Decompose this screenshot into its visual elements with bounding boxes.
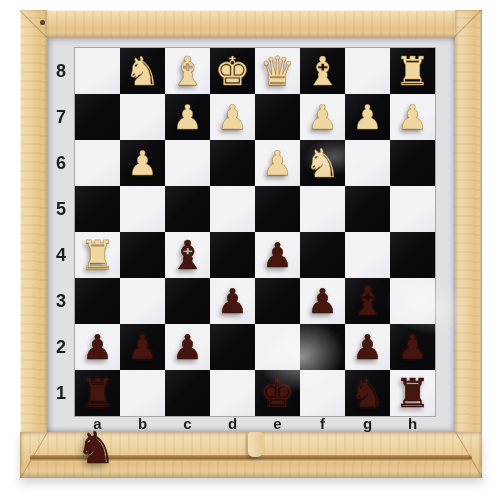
dark-king-e1[interactable]: ♚: [255, 370, 300, 416]
rank-label-3: 3: [47, 278, 75, 324]
square-c3[interactable]: [165, 278, 210, 324]
white-pawn-h7[interactable]: ♟: [390, 94, 435, 140]
file-label-h: h: [390, 416, 435, 432]
white-knight-b8[interactable]: ♞: [120, 48, 165, 94]
square-f7[interactable]: ♟: [300, 94, 345, 140]
square-c2[interactable]: ♟: [165, 324, 210, 370]
captured-dark-knight[interactable]: ♞: [73, 424, 119, 472]
square-e2[interactable]: [255, 324, 300, 370]
square-f2[interactable]: [300, 324, 345, 370]
board-grid: ♞♝♚♛♝♜♟♟♟♟♟♟♟♞♜♝♟♟♟♝♟♟♟♟♟♜♚♞♜: [75, 48, 435, 416]
frame-right-bar: [455, 10, 482, 478]
square-h7[interactable]: ♟: [390, 94, 435, 140]
square-f6[interactable]: ♞: [300, 140, 345, 186]
square-b4[interactable]: [120, 232, 165, 278]
board-sheet: 87654321 abcdefgh ♞♝♚♛♝♜♟♟♟♟♟♟♟♞♜♝♟♟♟♝♟♟…: [47, 37, 455, 432]
square-b5[interactable]: [120, 186, 165, 232]
frame-screw: [40, 20, 45, 25]
square-h3[interactable]: [390, 278, 435, 324]
square-a2[interactable]: ♟: [75, 324, 120, 370]
demonstration-chessboard-photo: 87654321 abcdefgh ♞♝♚♛♝♜♟♟♟♟♟♟♟♞♜♝♟♟♟♝♟♟…: [0, 0, 500, 500]
dark-pawn-h2[interactable]: ♟: [390, 324, 435, 370]
white-pawn-f7[interactable]: ♟: [300, 94, 345, 140]
frame-top-bar: [20, 10, 482, 37]
square-b3[interactable]: [120, 278, 165, 324]
square-e4[interactable]: ♟: [255, 232, 300, 278]
dark-rook-h1[interactable]: ♜: [390, 370, 435, 416]
square-g4[interactable]: [345, 232, 390, 278]
rank-label-8: 8: [47, 48, 75, 94]
square-e3[interactable]: [255, 278, 300, 324]
square-f8[interactable]: ♝: [300, 48, 345, 94]
square-b6[interactable]: ♟: [120, 140, 165, 186]
square-a8[interactable]: [75, 48, 120, 94]
frame-left-bar: [20, 10, 47, 478]
file-label-f: f: [300, 416, 345, 432]
white-king-d8[interactable]: ♚: [210, 48, 255, 94]
square-g6[interactable]: [345, 140, 390, 186]
white-pawn-e6[interactable]: ♟: [255, 140, 300, 186]
square-a5[interactable]: [75, 186, 120, 232]
rank-label-5: 5: [47, 186, 75, 232]
white-bishop-f8[interactable]: ♝: [300, 48, 345, 94]
white-pawn-c7[interactable]: ♟: [165, 94, 210, 140]
square-f3[interactable]: ♟: [300, 278, 345, 324]
square-d6[interactable]: [210, 140, 255, 186]
rank-label-2: 2: [47, 324, 75, 370]
square-e1[interactable]: ♚: [255, 370, 300, 416]
square-h8[interactable]: ♜: [390, 48, 435, 94]
square-f4[interactable]: [300, 232, 345, 278]
dark-pawn-a2[interactable]: ♟: [75, 324, 120, 370]
file-label-b: b: [120, 416, 165, 432]
white-pawn-g7[interactable]: ♟: [345, 94, 390, 140]
white-pawn-d7[interactable]: ♟: [210, 94, 255, 140]
dark-bishop-g3[interactable]: ♝: [345, 278, 390, 324]
square-b2[interactable]: ♟: [120, 324, 165, 370]
file-label-d: d: [210, 416, 255, 432]
square-g1[interactable]: ♞: [345, 370, 390, 416]
rank-labels: 87654321: [47, 48, 75, 416]
white-bishop-c8[interactable]: ♝: [165, 48, 210, 94]
square-c7[interactable]: ♟: [165, 94, 210, 140]
square-f5[interactable]: [300, 186, 345, 232]
square-a4[interactable]: ♜: [75, 232, 120, 278]
square-b1[interactable]: [120, 370, 165, 416]
file-label-g: g: [345, 416, 390, 432]
white-knight-f6[interactable]: ♞: [300, 140, 345, 186]
square-c6[interactable]: [165, 140, 210, 186]
file-label-c: c: [165, 416, 210, 432]
square-h4[interactable]: [390, 232, 435, 278]
square-d4[interactable]: [210, 232, 255, 278]
square-d2[interactable]: [210, 324, 255, 370]
square-a6[interactable]: [75, 140, 120, 186]
square-e5[interactable]: [255, 186, 300, 232]
square-a3[interactable]: [75, 278, 120, 324]
square-d8[interactable]: ♚: [210, 48, 255, 94]
dark-pawn-d3[interactable]: ♟: [210, 278, 255, 324]
dark-pawn-g2[interactable]: ♟: [345, 324, 390, 370]
dark-rook-a1[interactable]: ♜: [75, 370, 120, 416]
square-g5[interactable]: [345, 186, 390, 232]
square-c1[interactable]: [165, 370, 210, 416]
dark-bishop-c4[interactable]: ♝: [165, 232, 210, 278]
white-queen-e8[interactable]: ♛: [255, 48, 300, 94]
white-pawn-b6[interactable]: ♟: [120, 140, 165, 186]
dark-pawn-b2[interactable]: ♟: [120, 324, 165, 370]
square-e7[interactable]: [255, 94, 300, 140]
square-d5[interactable]: [210, 186, 255, 232]
square-b8[interactable]: ♞: [120, 48, 165, 94]
dark-pawn-e4[interactable]: ♟: [255, 232, 300, 278]
square-g7[interactable]: ♟: [345, 94, 390, 140]
square-e8[interactable]: ♛: [255, 48, 300, 94]
rank-label-1: 1: [47, 370, 75, 416]
file-labels: abcdefgh: [75, 416, 435, 432]
square-a1[interactable]: ♜: [75, 370, 120, 416]
rank-label-4: 4: [47, 232, 75, 278]
file-label-e: e: [255, 416, 300, 432]
square-h5[interactable]: [390, 186, 435, 232]
square-e6[interactable]: ♟: [255, 140, 300, 186]
tray-center-bracket: [248, 432, 263, 457]
square-d1[interactable]: [210, 370, 255, 416]
square-c8[interactable]: ♝: [165, 48, 210, 94]
white-rook-h8[interactable]: ♜: [390, 48, 435, 94]
square-g8[interactable]: [345, 48, 390, 94]
square-h6[interactable]: [390, 140, 435, 186]
square-g3[interactable]: ♝: [345, 278, 390, 324]
dark-pawn-f3[interactable]: ♟: [300, 278, 345, 324]
square-b7[interactable]: [120, 94, 165, 140]
square-d7[interactable]: ♟: [210, 94, 255, 140]
square-c4[interactable]: ♝: [165, 232, 210, 278]
square-h1[interactable]: ♜: [390, 370, 435, 416]
dark-knight-g1[interactable]: ♞: [345, 370, 390, 416]
square-g2[interactable]: ♟: [345, 324, 390, 370]
dark-pawn-c2[interactable]: ♟: [165, 324, 210, 370]
square-d3[interactable]: ♟: [210, 278, 255, 324]
square-c5[interactable]: [165, 186, 210, 232]
square-h2[interactable]: ♟: [390, 324, 435, 370]
rank-label-7: 7: [47, 94, 75, 140]
square-f1[interactable]: [300, 370, 345, 416]
square-a7[interactable]: [75, 94, 120, 140]
white-rook-a4[interactable]: ♜: [75, 232, 120, 278]
rank-label-6: 6: [47, 140, 75, 186]
